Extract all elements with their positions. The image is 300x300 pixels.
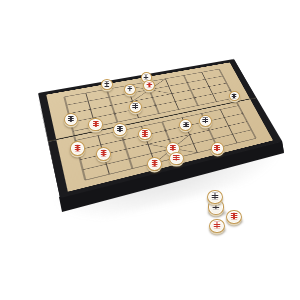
piece-character bbox=[68, 115, 74, 121]
piece-character bbox=[203, 118, 209, 124]
piece-character bbox=[151, 160, 158, 167]
piece-black-砲[interactable] bbox=[129, 101, 142, 113]
photo-stage bbox=[0, 0, 300, 300]
piece-character bbox=[231, 213, 238, 220]
piece-character bbox=[170, 145, 176, 151]
piece-character bbox=[213, 222, 220, 229]
piece-character bbox=[100, 150, 107, 157]
piece-red-炮[interactable] bbox=[96, 147, 111, 161]
piece-character bbox=[147, 83, 152, 88]
piece-red-兵[interactable] bbox=[70, 141, 85, 155]
piece-red-炮[interactable] bbox=[138, 128, 152, 141]
piece-character bbox=[104, 81, 109, 86]
piece-character bbox=[74, 144, 81, 151]
piece-red-仕[interactable] bbox=[147, 157, 162, 171]
piece-red-兵[interactable] bbox=[226, 210, 242, 224]
piece-black-馬[interactable] bbox=[124, 84, 136, 95]
piece-character bbox=[133, 103, 139, 109]
piece-character bbox=[211, 193, 218, 200]
piece-character bbox=[173, 155, 179, 161]
piece-character bbox=[183, 122, 189, 128]
piece-character bbox=[117, 125, 123, 131]
piece-black-卒[interactable] bbox=[64, 113, 78, 126]
piece-red-相[interactable] bbox=[211, 142, 225, 155]
piece-character bbox=[232, 93, 237, 98]
piece-character bbox=[92, 120, 98, 126]
piece-character bbox=[142, 130, 148, 136]
piece-black-卒[interactable] bbox=[113, 123, 127, 136]
piece-character bbox=[127, 86, 132, 91]
piece-black-車[interactable] bbox=[199, 115, 212, 127]
piece-character bbox=[214, 145, 220, 151]
piece-character bbox=[144, 75, 149, 80]
piece-red-帥[interactable] bbox=[169, 152, 184, 166]
piece-red-馬[interactable] bbox=[88, 118, 102, 131]
